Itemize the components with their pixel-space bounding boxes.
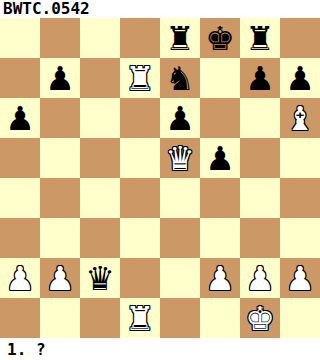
black-pawn: ♟ [205, 142, 235, 175]
black-pawn: ♟ [45, 62, 75, 95]
square-e7[interactable]: ♞ [160, 58, 200, 98]
square-h1[interactable] [280, 298, 320, 338]
square-d6[interactable] [120, 98, 160, 138]
white-pawn: ♟ [5, 262, 35, 295]
square-e2[interactable] [160, 258, 200, 298]
square-a3[interactable] [0, 218, 40, 258]
square-h6[interactable]: ♝ [280, 98, 320, 138]
square-f7[interactable] [200, 58, 240, 98]
square-h2[interactable]: ♟ [280, 258, 320, 298]
square-g7[interactable]: ♟ [240, 58, 280, 98]
square-e8[interactable]: ♜ [160, 18, 200, 58]
square-e6[interactable]: ♟ [160, 98, 200, 138]
white-rook: ♜ [125, 62, 155, 95]
black-knight: ♞ [165, 62, 195, 95]
square-g5[interactable] [240, 138, 280, 178]
square-a5[interactable] [0, 138, 40, 178]
square-c8[interactable] [80, 18, 120, 58]
white-king: ♚ [245, 302, 275, 335]
square-g3[interactable] [240, 218, 280, 258]
square-c6[interactable] [80, 98, 120, 138]
square-h4[interactable] [280, 178, 320, 218]
square-h5[interactable] [280, 138, 320, 178]
black-rook: ♜ [245, 22, 275, 55]
square-d1[interactable]: ♜ [120, 298, 160, 338]
white-pawn: ♟ [285, 262, 315, 295]
square-c1[interactable] [80, 298, 120, 338]
square-h3[interactable] [280, 218, 320, 258]
square-c3[interactable] [80, 218, 120, 258]
black-pawn: ♟ [165, 102, 195, 135]
square-d4[interactable] [120, 178, 160, 218]
square-a4[interactable] [0, 178, 40, 218]
square-c2[interactable]: ♛ [80, 258, 120, 298]
square-c7[interactable] [80, 58, 120, 98]
white-rook: ♜ [125, 302, 155, 335]
square-d3[interactable] [120, 218, 160, 258]
square-b5[interactable] [40, 138, 80, 178]
white-bishop: ♝ [285, 102, 315, 135]
square-c4[interactable] [80, 178, 120, 218]
square-d8[interactable] [120, 18, 160, 58]
square-f2[interactable]: ♟ [200, 258, 240, 298]
white-pawn: ♟ [245, 262, 275, 295]
square-g1[interactable]: ♚ [240, 298, 280, 338]
square-c5[interactable] [80, 138, 120, 178]
black-queen: ♛ [85, 262, 115, 295]
white-pawn: ♟ [45, 262, 75, 295]
square-g2[interactable]: ♟ [240, 258, 280, 298]
square-b3[interactable] [40, 218, 80, 258]
square-f4[interactable] [200, 178, 240, 218]
square-a6[interactable]: ♟ [0, 98, 40, 138]
square-e5[interactable]: ♛ [160, 138, 200, 178]
square-h8[interactable] [280, 18, 320, 58]
black-pawn: ♟ [245, 62, 275, 95]
square-e1[interactable] [160, 298, 200, 338]
square-d2[interactable] [120, 258, 160, 298]
square-f5[interactable]: ♟ [200, 138, 240, 178]
square-b8[interactable] [40, 18, 80, 58]
square-b1[interactable] [40, 298, 80, 338]
square-g8[interactable]: ♜ [240, 18, 280, 58]
square-f8[interactable]: ♚ [200, 18, 240, 58]
square-a8[interactable] [0, 18, 40, 58]
black-pawn: ♟ [5, 102, 35, 135]
chess-board: ♜♚♜♟♜♞♟♟♟♟♝♛♟♟♟♛♟♟♟♜♚ [0, 18, 320, 338]
square-a2[interactable]: ♟ [0, 258, 40, 298]
puzzle-title: BWTC.0542 [0, 0, 320, 18]
square-f3[interactable] [200, 218, 240, 258]
square-e4[interactable] [160, 178, 200, 218]
square-a7[interactable] [0, 58, 40, 98]
square-h7[interactable]: ♟ [280, 58, 320, 98]
move-prompt: 1. ? [0, 338, 320, 360]
square-d5[interactable] [120, 138, 160, 178]
square-e3[interactable] [160, 218, 200, 258]
square-b7[interactable]: ♟ [40, 58, 80, 98]
square-b6[interactable] [40, 98, 80, 138]
square-b2[interactable]: ♟ [40, 258, 80, 298]
square-f1[interactable] [200, 298, 240, 338]
black-pawn: ♟ [285, 62, 315, 95]
square-g4[interactable] [240, 178, 280, 218]
square-a1[interactable] [0, 298, 40, 338]
square-b4[interactable] [40, 178, 80, 218]
black-king: ♚ [205, 22, 235, 55]
square-d7[interactable]: ♜ [120, 58, 160, 98]
black-rook: ♜ [165, 22, 195, 55]
square-g6[interactable] [240, 98, 280, 138]
square-f6[interactable] [200, 98, 240, 138]
white-queen: ♛ [165, 142, 195, 175]
white-pawn: ♟ [205, 262, 235, 295]
